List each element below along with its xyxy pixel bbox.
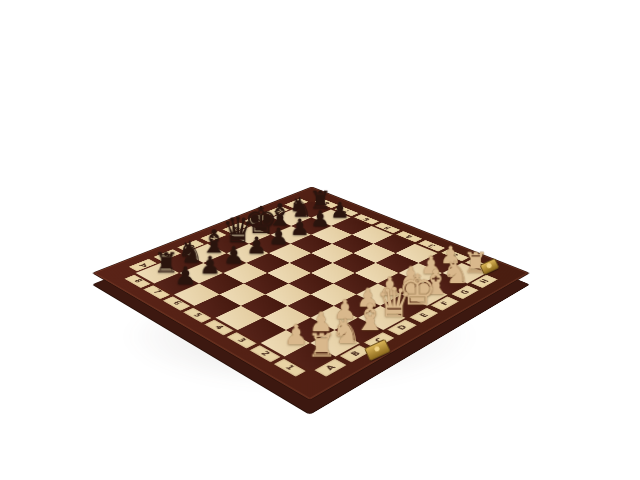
piece-white-rook-a1[interactable]: ♜ (303, 330, 339, 363)
board-grid: ABCDEFGH8♜♞♝♛♚♝♞♜87♟♟♟♟♟♟♟♟7665544332♟♟♟… (110, 193, 512, 388)
scene: ABCDEFGH8♜♞♝♛♚♝♞♜87♟♟♟♟♟♟♟♟7665544332♟♟♟… (0, 0, 640, 480)
piece-black-pawn-a7[interactable]: ♟ (169, 264, 201, 289)
product-photo-stage: ABCDEFGH8♜♞♝♛♚♝♞♜87♟♟♟♟♟♟♟♟7665544332♟♟♟… (0, 0, 640, 480)
chess-board: ABCDEFGH8♜♞♝♛♚♝♞♜87♟♟♟♟♟♟♟♟7665544332♟♟♟… (92, 187, 530, 401)
square-e5[interactable] (290, 253, 333, 273)
